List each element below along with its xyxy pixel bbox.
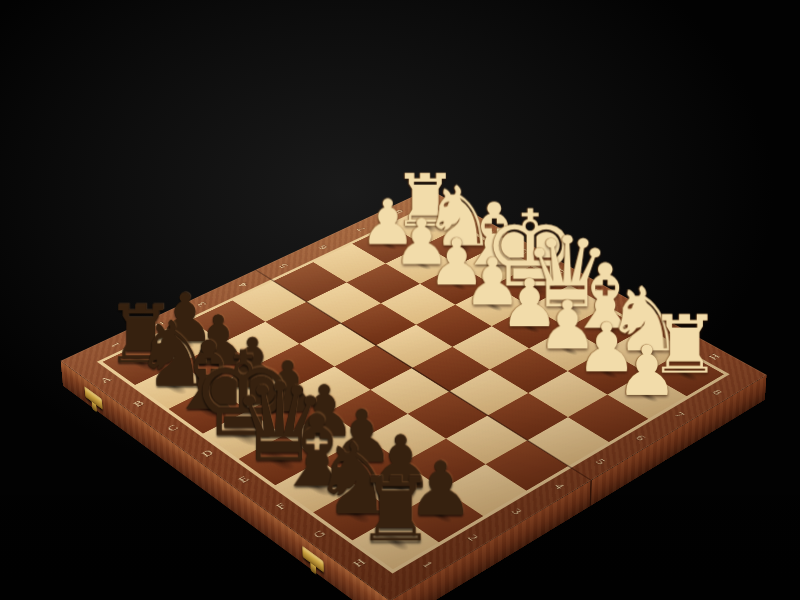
coord-rank-2-near: 2	[464, 532, 482, 543]
photo-backdrop: AABBCCDDEEFFGGHH1122334455667788 ♜♞♟♝♟♚♟…	[0, 0, 800, 600]
board-stage: AABBCCDDEEFFGGHH1122334455667788 ♜♞♟♝♟♚♟…	[0, 0, 800, 600]
coord-rank-3-near: 3	[508, 506, 526, 517]
brass-latch-icon	[302, 546, 324, 573]
coord-file-a-near: A	[97, 374, 114, 385]
black-rook[interactable]: ♜	[356, 466, 436, 555]
coord-rank-8-near: 8	[710, 387, 726, 396]
coord-rank-5-near: 5	[592, 456, 609, 466]
coord-file-h-near: H	[349, 556, 369, 569]
coord-rank-1-near: 1	[419, 559, 437, 570]
chess-board: AABBCCDDEEFFGGHH1122334455667788 ♜♞♟♝♟♚♟…	[61, 189, 767, 600]
coord-rank-6-far: 6	[316, 243, 331, 251]
coord-file-g-near: G	[309, 528, 328, 541]
coord-rank-7-near: 7	[672, 410, 688, 420]
coord-rank-4-near: 4	[551, 481, 568, 491]
coord-file-c-near: C	[164, 422, 181, 433]
coord-file-b-near: B	[130, 398, 147, 409]
board-frame: AABBCCDDEEFFGGHH1122334455667788 ♜♞♟♝♟♚♟…	[61, 189, 767, 600]
coord-file-e-near: E	[235, 474, 252, 485]
coord-rank-5-far: 5	[276, 262, 291, 270]
coord-rank-4-far: 4	[236, 281, 252, 289]
white-pawn[interactable]: ♟	[616, 337, 678, 406]
coord-file-f-near: F	[272, 500, 289, 511]
fold-seam-side	[590, 480, 592, 507]
coord-file-d-near: D	[198, 447, 216, 459]
coord-rank-6-near: 6	[633, 433, 649, 443]
